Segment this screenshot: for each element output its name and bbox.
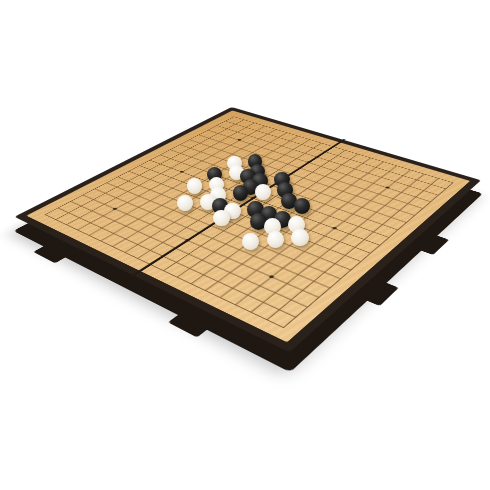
clasp-tab: [418, 235, 449, 255]
go-board-photo: [0, 0, 490, 490]
star-point: [306, 161, 311, 163]
star-point: [113, 207, 119, 210]
clasp-tab: [34, 245, 68, 263]
grid-lines: [44, 116, 453, 328]
star-point: [331, 226, 337, 229]
clasp-tab: [168, 313, 209, 337]
clasp-tab: [364, 282, 399, 306]
go-board: [14, 107, 481, 352]
star-point: [237, 139, 242, 141]
star-point: [179, 171, 184, 173]
board-surface: [26, 111, 470, 343]
star-point: [384, 186, 389, 189]
star-point: [268, 275, 275, 279]
